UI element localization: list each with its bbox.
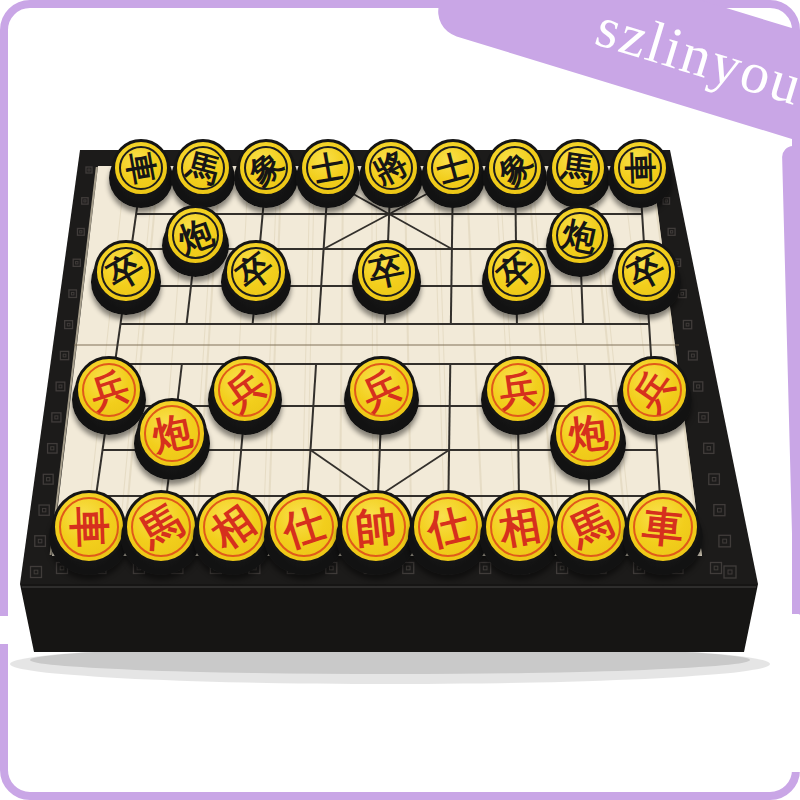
piece-face: 將 [362,139,420,197]
piece-black-horse[interactable]: 馬 [171,139,235,211]
piece-red-chariot[interactable]: 車 [623,490,703,578]
piece-character: 馬 [548,139,607,198]
piece-black-soldier[interactable]: 卒 [91,240,160,317]
piece-face: 卒 [485,240,548,303]
piece-face: 車 [112,139,170,197]
piece-black-soldier[interactable]: 卒 [221,240,290,317]
piece-character: 車 [613,141,667,195]
piece-character: 車 [111,138,171,198]
piece-character: 卒 [352,238,420,306]
piece-red-chariot[interactable]: 車 [49,490,129,578]
piece-character: 炮 [552,398,623,469]
piece-black-elephant[interactable]: 象 [483,139,547,211]
piece-face: 士 [299,139,357,197]
piece-face: 卒 [355,240,418,303]
piece-character: 帥 [339,490,414,565]
piece-face: 相 [196,490,270,564]
pieces-layer: 車馬象士將士象馬車炮炮卒卒卒卒卒兵兵兵兵兵炮炮車馬相仕帥仕相馬車 [0,0,800,800]
piece-red-soldier[interactable]: 兵 [208,356,283,439]
piece-character: 士 [298,138,358,198]
piece-black-elephant[interactable]: 象 [234,139,298,211]
piece-face: 士 [424,139,482,197]
piece-red-advisor[interactable]: 仕 [264,490,344,578]
piece-red-soldier[interactable]: 兵 [481,356,556,439]
piece-black-horse[interactable]: 馬 [546,139,610,211]
piece-face: 馬 [554,490,628,564]
piece-character: 車 [54,492,124,562]
piece-face: 車 [52,490,126,564]
piece-black-soldier[interactable]: 卒 [482,240,551,317]
piece-black-cannon[interactable]: 炮 [546,205,614,281]
piece-black-advisor[interactable]: 士 [421,139,485,211]
piece-red-horse[interactable]: 馬 [121,490,201,578]
piece-face: 炮 [137,398,207,468]
piece-black-general[interactable]: 將 [359,139,423,211]
piece-face: 車 [611,139,669,197]
piece-red-cannon[interactable]: 炮 [550,398,626,482]
piece-black-advisor[interactable]: 士 [296,139,360,211]
piece-face: 馬 [174,139,232,197]
piece-character: 兵 [482,355,553,426]
piece-face: 馬 [124,490,198,564]
piece-red-cannon[interactable]: 炮 [134,398,210,482]
watermark-frame-gap [790,614,800,772]
piece-red-general[interactable]: 帥 [336,490,416,578]
piece-face: 卒 [94,240,157,303]
product-photo-scene: 車馬象士將士象馬車炮炮卒卒卒卒卒兵兵兵兵兵炮炮車馬相仕帥仕相馬車 szlinyo… [0,0,800,800]
watermark-frame-gap [0,616,10,644]
piece-face: 炮 [549,205,611,267]
piece-black-chariot[interactable]: 車 [109,139,173,211]
piece-face: 卒 [615,240,678,303]
piece-black-soldier[interactable]: 卒 [612,240,681,317]
piece-face: 兵 [620,356,689,425]
piece-face: 兵 [347,356,416,425]
piece-character: 炮 [547,203,613,269]
piece-red-elephant[interactable]: 相 [480,490,560,578]
piece-face: 兵 [484,356,553,425]
piece-face: 仕 [411,490,485,564]
piece-red-advisor[interactable]: 仕 [408,490,488,578]
piece-red-soldier[interactable]: 兵 [617,356,692,439]
piece-face: 炮 [165,205,227,267]
piece-face: 炮 [553,398,623,468]
piece-red-elephant[interactable]: 相 [193,490,273,578]
piece-red-soldier[interactable]: 兵 [344,356,419,439]
piece-character: 相 [480,488,559,567]
piece-face: 仕 [267,490,341,564]
piece-face: 相 [483,490,557,564]
piece-character: 炮 [134,395,210,471]
piece-face: 帥 [339,490,413,564]
piece-face: 車 [626,490,700,564]
piece-face: 象 [237,139,295,197]
piece-red-horse[interactable]: 馬 [551,490,631,578]
piece-face: 卒 [224,240,287,303]
piece-face: 象 [486,139,544,197]
piece-black-soldier[interactable]: 卒 [352,240,421,317]
piece-black-chariot[interactable]: 車 [608,139,672,211]
piece-character: 車 [626,490,701,565]
piece-face: 馬 [549,139,607,197]
